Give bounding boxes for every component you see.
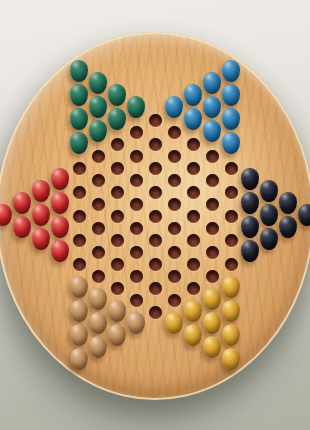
red-peg[interactable] <box>51 216 69 238</box>
blue-peg[interactable] <box>184 108 202 130</box>
board-hole[interactable] <box>187 210 200 223</box>
board-hole[interactable] <box>187 234 200 247</box>
yellow-peg[interactable] <box>222 300 240 322</box>
board-hole[interactable] <box>149 210 162 223</box>
board-hole[interactable] <box>130 222 143 235</box>
natural-peg[interactable] <box>127 312 145 334</box>
natural-peg[interactable] <box>89 336 107 358</box>
natural-peg[interactable] <box>108 300 126 322</box>
board-hole[interactable] <box>187 258 200 271</box>
board-hole[interactable] <box>225 234 238 247</box>
natural-peg[interactable] <box>70 300 88 322</box>
board-hole[interactable] <box>149 258 162 271</box>
board-hole[interactable] <box>92 150 105 163</box>
board-hole[interactable] <box>92 174 105 187</box>
board-hole[interactable] <box>92 222 105 235</box>
board-hole[interactable] <box>149 114 162 127</box>
board-hole[interactable] <box>111 186 124 199</box>
red-peg[interactable] <box>13 216 31 238</box>
board-hole[interactable] <box>168 222 181 235</box>
board-hole[interactable] <box>225 162 238 175</box>
blue-peg[interactable] <box>165 96 183 118</box>
board-hole[interactable] <box>92 198 105 211</box>
board-hole[interactable] <box>206 246 219 259</box>
black-peg[interactable] <box>241 240 259 262</box>
red-peg[interactable] <box>51 168 69 190</box>
board-hole[interactable] <box>168 174 181 187</box>
blue-peg[interactable] <box>203 72 221 94</box>
board-hole[interactable] <box>168 150 181 163</box>
board-hole[interactable] <box>73 258 86 271</box>
blue-peg[interactable] <box>203 120 221 142</box>
red-peg[interactable] <box>13 192 31 214</box>
green-peg[interactable] <box>70 108 88 130</box>
red-peg[interactable] <box>32 204 50 226</box>
board-hole[interactable] <box>187 282 200 295</box>
board-hole[interactable] <box>92 246 105 259</box>
red-peg[interactable] <box>51 192 69 214</box>
board-hole[interactable] <box>130 150 143 163</box>
board-hole[interactable] <box>149 306 162 319</box>
yellow-peg[interactable] <box>203 312 221 334</box>
blue-peg[interactable] <box>203 96 221 118</box>
board-hole[interactable] <box>111 282 124 295</box>
board-hole[interactable] <box>130 198 143 211</box>
red-peg[interactable] <box>51 240 69 262</box>
board-hole[interactable] <box>168 198 181 211</box>
board-hole[interactable] <box>206 150 219 163</box>
yellow-peg[interactable] <box>222 324 240 346</box>
black-peg[interactable] <box>298 204 310 226</box>
natural-peg[interactable] <box>70 276 88 298</box>
board-hole[interactable] <box>187 138 200 151</box>
black-peg[interactable] <box>260 228 278 250</box>
board-hole[interactable] <box>149 138 162 151</box>
board-hole[interactable] <box>111 258 124 271</box>
board-hole[interactable] <box>73 162 86 175</box>
board-hole[interactable] <box>92 270 105 283</box>
natural-peg[interactable] <box>108 324 126 346</box>
black-peg[interactable] <box>279 192 297 214</box>
board-hole[interactable] <box>73 210 86 223</box>
photo-canvas <box>0 0 310 430</box>
yellow-peg[interactable] <box>165 312 183 334</box>
board-hole[interactable] <box>111 210 124 223</box>
black-peg[interactable] <box>260 180 278 202</box>
board-hole[interactable] <box>130 294 143 307</box>
board-hole[interactable] <box>168 126 181 139</box>
hole-lattice <box>0 0 310 430</box>
board-hole[interactable] <box>130 270 143 283</box>
board-hole[interactable] <box>111 234 124 247</box>
green-peg[interactable] <box>70 132 88 154</box>
green-peg[interactable] <box>89 72 107 94</box>
board-hole[interactable] <box>225 210 238 223</box>
board-hole[interactable] <box>73 234 86 247</box>
red-peg[interactable] <box>0 204 12 226</box>
yellow-peg[interactable] <box>203 336 221 358</box>
blue-peg[interactable] <box>184 84 202 106</box>
black-peg[interactable] <box>241 192 259 214</box>
board-hole[interactable] <box>168 270 181 283</box>
yellow-peg[interactable] <box>184 324 202 346</box>
natural-peg[interactable] <box>70 348 88 370</box>
board-hole[interactable] <box>130 174 143 187</box>
red-peg[interactable] <box>32 180 50 202</box>
board-hole[interactable] <box>225 186 238 199</box>
yellow-peg[interactable] <box>222 348 240 370</box>
natural-peg[interactable] <box>89 312 107 334</box>
board-hole[interactable] <box>206 174 219 187</box>
blue-peg[interactable] <box>222 60 240 82</box>
green-peg[interactable] <box>127 96 145 118</box>
green-peg[interactable] <box>108 108 126 130</box>
natural-peg[interactable] <box>70 324 88 346</box>
board-hole[interactable] <box>149 282 162 295</box>
board-hole[interactable] <box>206 270 219 283</box>
yellow-peg[interactable] <box>222 276 240 298</box>
natural-peg[interactable] <box>89 288 107 310</box>
board-hole[interactable] <box>225 258 238 271</box>
black-peg[interactable] <box>279 216 297 238</box>
black-peg[interactable] <box>260 204 278 226</box>
board-hole[interactable] <box>149 186 162 199</box>
blue-peg[interactable] <box>222 132 240 154</box>
green-peg[interactable] <box>70 84 88 106</box>
green-peg[interactable] <box>108 84 126 106</box>
board-hole[interactable] <box>206 222 219 235</box>
red-peg[interactable] <box>32 228 50 250</box>
yellow-peg[interactable] <box>203 288 221 310</box>
board-hole[interactable] <box>168 246 181 259</box>
board-hole[interactable] <box>73 186 86 199</box>
board-hole[interactable] <box>168 294 181 307</box>
black-peg[interactable] <box>241 168 259 190</box>
green-peg[interactable] <box>70 60 88 82</box>
board-hole[interactable] <box>149 234 162 247</box>
board-hole[interactable] <box>187 162 200 175</box>
board-hole[interactable] <box>111 138 124 151</box>
yellow-peg[interactable] <box>184 300 202 322</box>
board-hole[interactable] <box>130 246 143 259</box>
blue-peg[interactable] <box>222 84 240 106</box>
board-hole[interactable] <box>130 126 143 139</box>
green-peg[interactable] <box>89 96 107 118</box>
board-hole[interactable] <box>206 198 219 211</box>
board-hole[interactable] <box>187 186 200 199</box>
green-peg[interactable] <box>89 120 107 142</box>
black-peg[interactable] <box>241 216 259 238</box>
board-hole[interactable] <box>111 162 124 175</box>
board-hole[interactable] <box>149 162 162 175</box>
blue-peg[interactable] <box>222 108 240 130</box>
